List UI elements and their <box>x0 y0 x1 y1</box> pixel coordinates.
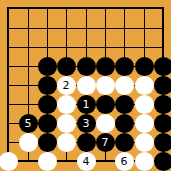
white-stone <box>135 76 154 95</box>
black-stone <box>38 114 57 133</box>
black-stone <box>96 57 115 76</box>
white-stone: 4 <box>77 152 96 171</box>
white-stone <box>57 133 76 152</box>
white-stone <box>135 133 154 152</box>
move-number-label: 1 <box>83 99 90 110</box>
move-number-label: 4 <box>83 156 90 167</box>
black-stone: 3 <box>77 114 96 133</box>
black-stone: 5 <box>19 114 38 133</box>
white-stone <box>135 95 154 114</box>
black-stone <box>154 152 172 171</box>
black-stone <box>154 95 172 114</box>
white-stone <box>115 76 134 95</box>
go-board[interactable]: 2153746 <box>0 0 171 171</box>
white-stone: 2 <box>57 76 76 95</box>
move-number-label: 7 <box>102 137 109 148</box>
black-stone: 7 <box>96 133 115 152</box>
black-stone <box>77 133 96 152</box>
black-stone <box>154 114 172 133</box>
move-number-label: 6 <box>121 156 128 167</box>
go-diagram: 2153746 <box>0 0 171 171</box>
black-stone <box>115 57 134 76</box>
black-stone <box>154 57 172 76</box>
white-stone <box>0 152 18 171</box>
white-stone <box>19 133 38 152</box>
white-stone: 6 <box>115 152 134 171</box>
white-stone <box>57 95 76 114</box>
black-stone <box>38 57 57 76</box>
white-stone <box>96 114 115 133</box>
black-stone <box>135 57 154 76</box>
black-stone <box>57 57 76 76</box>
move-number-label: 5 <box>25 118 32 129</box>
black-stone: 1 <box>77 95 96 114</box>
black-stone <box>154 133 172 152</box>
move-number-label: 3 <box>83 118 90 129</box>
black-stone <box>115 114 134 133</box>
white-stone <box>135 152 154 171</box>
black-stone <box>38 76 57 95</box>
white-stone <box>135 114 154 133</box>
move-number-label: 2 <box>63 80 70 91</box>
white-stone <box>96 76 115 95</box>
white-stone <box>77 76 96 95</box>
black-stone <box>38 133 57 152</box>
black-stone <box>38 95 57 114</box>
black-stone <box>96 95 115 114</box>
black-stone <box>115 95 134 114</box>
black-stone <box>154 76 172 95</box>
black-stone <box>77 57 96 76</box>
white-stone <box>38 152 57 171</box>
black-stone <box>115 133 134 152</box>
white-stone <box>57 114 76 133</box>
